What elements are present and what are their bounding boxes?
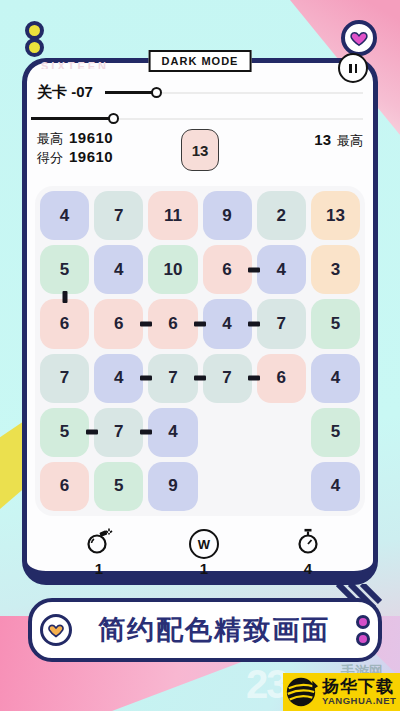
- bottom-banner: 简约配色精致画面: [28, 598, 382, 662]
- score-value: 19610: [69, 148, 113, 165]
- tile-r3c6[interactable]: 5: [311, 299, 360, 348]
- tile-r5c6[interactable]: 5: [311, 408, 360, 457]
- right-best-label: 最高: [337, 133, 363, 148]
- level-progress-knob: [151, 87, 162, 98]
- tile-r2c1[interactable]: 5: [40, 245, 89, 294]
- powerup-wildcard[interactable]: W 1: [189, 527, 219, 577]
- tile-r4c2[interactable]: 4: [94, 354, 143, 403]
- minus-connector-h-r5c2: [140, 430, 152, 435]
- decor-dot-top-2: [25, 38, 44, 57]
- banner-slogan: 简约配色精致画面: [72, 612, 356, 648]
- level-progress-track: [105, 92, 363, 94]
- site-name: 扬华下载: [322, 678, 396, 695]
- empty-cell-r5c5: [257, 408, 306, 457]
- pause-button[interactable]: [338, 53, 368, 83]
- timer-count: 4: [295, 560, 321, 577]
- tile-r6c3[interactable]: 9: [148, 462, 197, 511]
- powerup-bomb[interactable]: 1: [85, 527, 113, 577]
- empty-cell-r5c4: [203, 408, 252, 457]
- score-row: 最高19610 得分19610 13 13最高: [37, 129, 363, 173]
- game-board: 47119213541064366647574776457456594: [35, 186, 365, 516]
- tile-r6c2[interactable]: 5: [94, 462, 143, 511]
- favorite-button[interactable]: [341, 20, 377, 56]
- site-watermark-text: 扬华下载 YANGHUA.NET: [322, 678, 396, 706]
- heart-icon: [350, 30, 368, 47]
- wildcard-count: 1: [189, 560, 219, 577]
- dark-mode-button[interactable]: DARK MODE: [149, 50, 252, 72]
- tile-r1c4[interactable]: 9: [203, 191, 252, 240]
- tile-r4c4[interactable]: 7: [203, 354, 252, 403]
- right-best-value: 13: [314, 131, 331, 148]
- minus-connector-h-r4c3: [194, 376, 206, 381]
- tile-r3c5[interactable]: 7: [257, 299, 306, 348]
- faint-watermark-number: 23: [246, 662, 287, 707]
- wildcard-icon: W: [189, 529, 219, 559]
- best-label: 最高: [37, 131, 63, 146]
- tile-r3c4[interactable]: 4: [203, 299, 252, 348]
- level-label: 关卡 -07: [37, 83, 93, 102]
- tile-r2c6[interactable]: 3: [311, 245, 360, 294]
- powerups-bar: 1 W 1 4: [85, 527, 321, 577]
- brand-watermark: SIXTEEN: [41, 60, 109, 69]
- minus-connector-h-r4c2: [140, 376, 152, 381]
- minus-connector-h-r3c2: [140, 321, 152, 326]
- tile-r2c4[interactable]: 6: [203, 245, 252, 294]
- score-label: 得分: [37, 150, 63, 165]
- heart-icon: [48, 623, 64, 638]
- bomb-count: 1: [85, 560, 113, 577]
- secondary-progress-knob: [108, 113, 119, 124]
- tile-r1c3[interactable]: 11: [148, 191, 197, 240]
- level-row: 关卡 -07: [37, 83, 363, 102]
- site-url: YANGHUA.NET: [322, 696, 396, 706]
- minus-connector-h-r2c4: [248, 267, 260, 272]
- tile-r1c2[interactable]: 7: [94, 191, 143, 240]
- powerup-timer[interactable]: 4: [295, 527, 321, 577]
- tile-r2c3[interactable]: 10: [148, 245, 197, 294]
- minus-connector-v-r2c1: [62, 291, 67, 303]
- tile-r2c2[interactable]: 4: [94, 245, 143, 294]
- tile-r5c3[interactable]: 4: [148, 408, 197, 457]
- tile-r4c3[interactable]: 7: [148, 354, 197, 403]
- empty-cell-r6c5: [257, 462, 306, 511]
- banner-heart-badge: [40, 614, 72, 646]
- tile-r4c5[interactable]: 6: [257, 354, 306, 403]
- tile-r1c5[interactable]: 2: [257, 191, 306, 240]
- tile-r4c1[interactable]: 7: [40, 354, 89, 403]
- tile-r1c6[interactable]: 13: [311, 191, 360, 240]
- score-right: 13最高: [314, 131, 363, 150]
- tile-r4c6[interactable]: 4: [311, 354, 360, 403]
- next-tile-preview: 13: [181, 129, 219, 171]
- tile-r3c1[interactable]: 6: [40, 299, 89, 348]
- best-value: 19610: [69, 129, 113, 146]
- minus-connector-h-r4c4: [248, 376, 260, 381]
- tile-r3c3[interactable]: 6: [148, 299, 197, 348]
- site-watermark: 扬华下载 YANGHUA.NET: [283, 673, 400, 711]
- secondary-progress: [31, 118, 363, 120]
- tile-r5c2[interactable]: 7: [94, 408, 143, 457]
- tile-r3c2[interactable]: 6: [94, 299, 143, 348]
- minus-connector-h-r5c1: [86, 430, 98, 435]
- minus-connector-h-r3c4: [248, 321, 260, 326]
- tile-r1c1[interactable]: 4: [40, 191, 89, 240]
- banner-dots-decor: [356, 615, 370, 646]
- bomb-icon: [85, 527, 113, 555]
- level-progress-fill: [105, 91, 154, 94]
- secondary-progress-track: [31, 118, 363, 120]
- yanghua-logo-icon: [283, 675, 319, 709]
- minus-connector-h-r3c3: [194, 321, 206, 326]
- tile-r6c6[interactable]: 4: [311, 462, 360, 511]
- tile-r6c1[interactable]: 6: [40, 462, 89, 511]
- secondary-progress-fill: [31, 117, 111, 120]
- tile-r2c5[interactable]: 4: [257, 245, 306, 294]
- stopwatch-icon: [295, 527, 321, 555]
- tile-r5c1[interactable]: 5: [40, 408, 89, 457]
- empty-cell-r6c4: [203, 462, 252, 511]
- pause-icon: [349, 64, 352, 73]
- game-panel: SIXTEEN DARK MODE 关卡 -07 最高19610 得分19610…: [22, 58, 378, 585]
